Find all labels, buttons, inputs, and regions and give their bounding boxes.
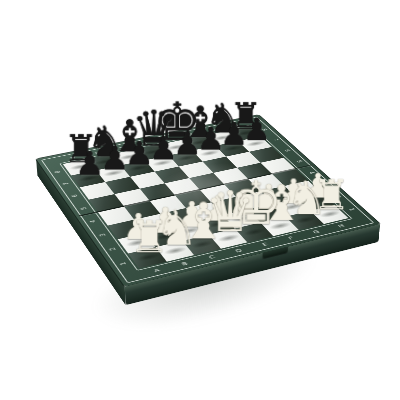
product-photo-scene: AABBCCDDEEFFGGHH1122334455667788 ♜♞♝♛♚♝♞…: [0, 0, 400, 400]
white-rook-glyph: ♜: [129, 215, 169, 259]
